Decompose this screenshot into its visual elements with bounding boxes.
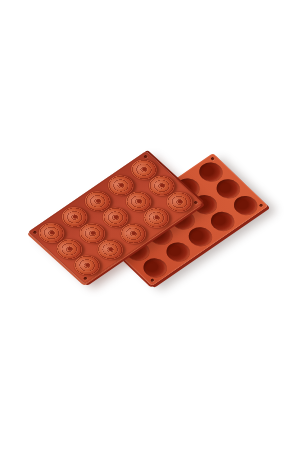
product-photo <box>0 0 300 450</box>
